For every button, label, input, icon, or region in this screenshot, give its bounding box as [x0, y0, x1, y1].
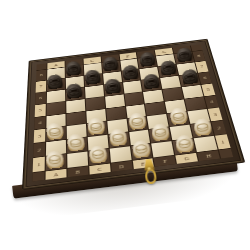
checker-light-g3[interactable]: ⛀ [169, 107, 187, 125]
rank-label-7: 7 [195, 61, 208, 73]
square-a6[interactable] [47, 90, 65, 103]
rank-label-5: 5 [201, 83, 215, 96]
board-perspective-wrapper: ABCDEFGH8⛂⛂⛂⛂87⛂⛂⛂⛂76⛂⛂⛂⛂655443⛀⛀⛀⛀32⛀⛀⛀… [22, 39, 245, 190]
board-rotation-wrapper: ABCDEFGH8⛂⛂⛂⛂87⛂⛂⛂⛂76⛂⛂⛂⛂655443⛀⛀⛀⛀32⛀⛀⛀… [14, 0, 237, 217]
square-e3[interactable]: ⛀ [127, 117, 148, 132]
checker-light-d2[interactable]: ⛀ [109, 128, 128, 146]
rank-label-2: 2 [33, 143, 45, 158]
square-a5[interactable] [47, 101, 66, 115]
rank-label-1: 1 [215, 134, 231, 149]
checker-light-e3[interactable]: ⛀ [128, 112, 146, 130]
rank-label-4: 4 [34, 116, 45, 130]
square-b6[interactable]: ⛂ [66, 87, 85, 100]
corner-cell [32, 172, 44, 182]
square-c5[interactable] [85, 97, 104, 111]
checker-light-c3[interactable]: ⛀ [87, 117, 105, 135]
square-g6[interactable] [160, 76, 180, 89]
rank-label-7: 7 [36, 80, 47, 92]
file-label-c: C [89, 164, 110, 175]
checker-light-g1[interactable]: ⛀ [174, 134, 193, 152]
corner-cell [219, 149, 233, 159]
rank-label-1: 1 [33, 157, 45, 173]
file-label-g: G [176, 153, 198, 164]
rank-label-2: 2 [211, 121, 226, 135]
brass-clasp [140, 158, 159, 190]
checker-dark-h8[interactable]: ⛂ [176, 47, 193, 63]
checker-dark-e7[interactable]: ⛂ [122, 64, 139, 80]
rank-label-5: 5 [35, 104, 46, 117]
rank-label-4: 4 [204, 95, 218, 108]
checker-light-b2[interactable]: ⛀ [67, 133, 86, 151]
board-grid: ABCDEFGH8⛂⛂⛂⛂87⛂⛂⛂⛂76⛂⛂⛂⛂655443⛀⛀⛀⛀32⛀⛀⛀… [32, 44, 233, 181]
checker-dark-h6[interactable]: ⛂ [181, 68, 198, 84]
file-label-a: A [46, 169, 67, 180]
file-label-h: H [197, 150, 220, 161]
checkers-board-frame: ABCDEFGH8⛂⛂⛂⛂87⛂⛂⛂⛂76⛂⛂⛂⛂655443⛀⛀⛀⛀32⛀⛀⛀… [22, 39, 245, 190]
product-photo-scene: ABCDEFGH8⛂⛂⛂⛂87⛂⛂⛂⛂76⛂⛂⛂⛂655443⛀⛀⛀⛀32⛀⛀⛀… [0, 0, 250, 250]
rank-label-8: 8 [192, 50, 205, 61]
file-label-f: F [154, 156, 176, 167]
square-f6[interactable]: ⛂ [141, 78, 161, 91]
square-b5[interactable] [66, 99, 85, 113]
rank-label-6: 6 [198, 72, 212, 84]
file-label-d: D [111, 161, 133, 172]
checker-dark-f8[interactable]: ⛂ [139, 51, 156, 67]
rank-label-8: 8 [36, 70, 46, 82]
checker-light-h2[interactable]: ⛀ [193, 118, 212, 136]
square-d6[interactable]: ⛂ [104, 83, 123, 96]
rank-label-6: 6 [35, 92, 46, 105]
checker-dark-f6[interactable]: ⛂ [143, 73, 160, 89]
file-label-b: B [67, 166, 88, 177]
square-c6[interactable] [85, 85, 104, 98]
square-g7[interactable]: ⛂ [158, 65, 178, 78]
clasp-loop-icon [144, 168, 157, 184]
square-e6[interactable] [123, 80, 143, 93]
rank-label-3: 3 [208, 108, 223, 122]
checker-dark-g7[interactable]: ⛂ [160, 60, 177, 76]
rank-label-3: 3 [34, 129, 46, 143]
checker-light-f2[interactable]: ⛀ [151, 123, 170, 141]
checker-light-a3[interactable]: ⛀ [46, 122, 64, 140]
